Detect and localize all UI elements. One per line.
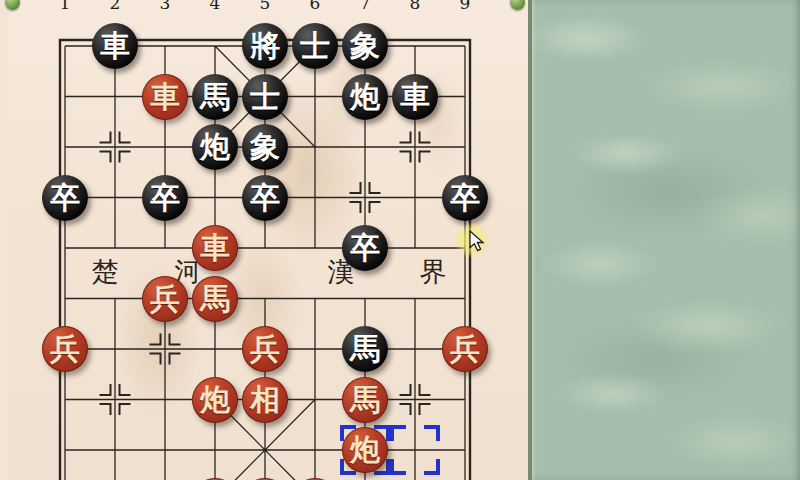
piece-black-soldier[interactable]: 卒 xyxy=(242,175,288,221)
last-move-marker xyxy=(390,425,440,475)
piece-black-advisor[interactable]: 士 xyxy=(242,74,288,120)
piece-black-soldier[interactable]: 卒 xyxy=(442,175,488,221)
column-number-3: 3 xyxy=(155,0,175,13)
piece-character: 車 xyxy=(100,31,130,61)
piece-red-chariot[interactable]: 車 xyxy=(142,74,188,120)
piece-black-advisor[interactable]: 士 xyxy=(292,23,338,69)
piece-character: 馬 xyxy=(200,82,230,112)
piece-character: 馬 xyxy=(200,284,230,314)
piece-character: 兵 xyxy=(450,334,480,364)
column-number-4: 4 xyxy=(205,0,225,13)
piece-black-elephant[interactable]: 象 xyxy=(342,23,388,69)
piece-character: 卒 xyxy=(450,183,480,213)
piece-black-chariot[interactable]: 車 xyxy=(92,23,138,69)
column-number-9: 9 xyxy=(455,0,475,13)
piece-black-elephant[interactable]: 象 xyxy=(242,124,288,170)
piece-black-soldier[interactable]: 卒 xyxy=(42,175,88,221)
column-number-5: 5 xyxy=(255,0,275,13)
column-number-6: 6 xyxy=(305,0,325,13)
piece-character: 車 xyxy=(150,82,180,112)
piece-black-horse[interactable]: 馬 xyxy=(192,74,238,120)
piece-character: 象 xyxy=(350,31,380,61)
piece-red-horse[interactable]: 馬 xyxy=(342,377,388,423)
piece-red-elephant[interactable]: 相 xyxy=(242,377,288,423)
column-number-1: 1 xyxy=(55,0,75,13)
column-number-2: 2 xyxy=(105,0,125,13)
piece-black-soldier[interactable]: 卒 xyxy=(142,175,188,221)
side-panel-marble xyxy=(528,0,800,480)
piece-character: 士 xyxy=(300,31,330,61)
piece-character: 炮 xyxy=(200,385,230,415)
bracket-corner-bl xyxy=(390,459,406,475)
piece-character: 炮 xyxy=(350,435,380,465)
bracket-corner-tl xyxy=(390,425,406,441)
piece-character: 卒 xyxy=(250,183,280,213)
piece-character: 炮 xyxy=(200,132,230,162)
piece-red-soldier[interactable]: 兵 xyxy=(142,276,188,322)
piece-black-cannon[interactable]: 炮 xyxy=(342,74,388,120)
piece-black-horse[interactable]: 馬 xyxy=(342,326,388,372)
piece-character: 相 xyxy=(250,385,280,415)
piece-character: 馬 xyxy=(350,385,380,415)
piece-red-soldier[interactable]: 兵 xyxy=(42,326,88,372)
piece-red-horse[interactable]: 馬 xyxy=(192,276,238,322)
piece-character: 兵 xyxy=(250,334,280,364)
piece-character: 卒 xyxy=(50,183,80,213)
piece-black-chariot[interactable]: 車 xyxy=(392,74,438,120)
piece-character: 炮 xyxy=(350,82,380,112)
piece-character: 卒 xyxy=(150,183,180,213)
column-number-8: 8 xyxy=(405,0,425,13)
river-label-jie: 界 xyxy=(420,254,447,290)
piece-character: 將 xyxy=(250,31,280,61)
bracket-corner-tr xyxy=(424,425,440,441)
piece-character: 卒 xyxy=(350,233,380,263)
river-label-chu: 楚 xyxy=(92,254,119,290)
piece-character: 車 xyxy=(200,233,230,263)
piece-character: 象 xyxy=(250,132,280,162)
piece-character: 馬 xyxy=(350,334,380,364)
piece-character: 車 xyxy=(400,82,430,112)
piece-red-cannon[interactable]: 炮 xyxy=(192,377,238,423)
piece-black-cannon[interactable]: 炮 xyxy=(192,124,238,170)
piece-black-soldier[interactable]: 卒 xyxy=(342,225,388,271)
mouse-cursor-icon xyxy=(469,230,487,254)
piece-red-cannon[interactable]: 炮 xyxy=(342,427,388,473)
piece-character: 士 xyxy=(250,82,280,112)
piece-red-chariot[interactable]: 車 xyxy=(192,225,238,271)
column-number-7: 7 xyxy=(355,0,375,13)
piece-character: 兵 xyxy=(50,334,80,364)
piece-black-general[interactable]: 將 xyxy=(242,23,288,69)
piece-character: 兵 xyxy=(150,284,180,314)
bracket-corner-br xyxy=(424,459,440,475)
game-window: 123456789 楚 河 漢 界 車將士象車馬士炮車炮象卒卒卒卒車卒兵馬兵兵馬… xyxy=(0,0,800,480)
piece-red-soldier[interactable]: 兵 xyxy=(442,326,488,372)
piece-red-soldier[interactable]: 兵 xyxy=(242,326,288,372)
